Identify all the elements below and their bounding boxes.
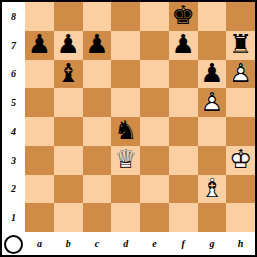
file-label-c: c <box>83 232 112 255</box>
square-d2[interactable] <box>111 175 140 204</box>
square-e5[interactable] <box>140 88 169 117</box>
square-h5[interactable] <box>226 88 255 117</box>
queen-glyph-outline: ♕ <box>114 146 137 172</box>
white-queen-d3[interactable]: ♛♕ <box>111 146 140 175</box>
square-f8[interactable]: ♚ <box>169 2 198 31</box>
square-f5[interactable] <box>169 88 198 117</box>
square-a3[interactable] <box>25 146 54 175</box>
square-e1[interactable] <box>140 203 169 232</box>
knight-glyph: ♞ <box>114 117 137 143</box>
square-g4[interactable] <box>198 117 227 146</box>
square-g7[interactable] <box>198 31 227 60</box>
square-e6[interactable] <box>140 60 169 89</box>
square-a8[interactable] <box>25 2 54 31</box>
file-label-b: b <box>54 232 83 255</box>
square-d3[interactable]: ♛♕ <box>111 146 140 175</box>
square-c5[interactable] <box>83 88 112 117</box>
file-label-a: a <box>25 232 54 255</box>
square-a1[interactable] <box>25 203 54 232</box>
square-e8[interactable] <box>140 2 169 31</box>
rook-glyph: ♜ <box>229 31 252 57</box>
square-a5[interactable] <box>25 88 54 117</box>
rank-label-1: 1 <box>2 203 25 232</box>
file-labels: abcdefgh <box>25 232 255 255</box>
square-c7[interactable]: ♟ <box>83 31 112 60</box>
square-h4[interactable] <box>226 117 255 146</box>
chess-diagram: 87654321 ♚♟♟♟♟♜♝♟♟♙♟♙♞♛♕♚♔♝♗ abcdefgh <box>0 0 257 257</box>
square-d1[interactable] <box>111 203 140 232</box>
square-c3[interactable] <box>83 146 112 175</box>
square-f1[interactable] <box>169 203 198 232</box>
black-pawn-f7[interactable]: ♟ <box>169 31 198 60</box>
king-glyph-outline: ♔ <box>229 146 252 172</box>
file-label-h: h <box>226 232 255 255</box>
square-b2[interactable] <box>54 175 83 204</box>
square-b7[interactable]: ♟ <box>54 31 83 60</box>
square-c2[interactable] <box>83 175 112 204</box>
square-a7[interactable]: ♟ <box>25 31 54 60</box>
square-g1[interactable] <box>198 203 227 232</box>
square-b3[interactable] <box>54 146 83 175</box>
board: ♚♟♟♟♟♜♝♟♟♙♟♙♞♛♕♚♔♝♗ <box>25 2 255 232</box>
square-c1[interactable] <box>83 203 112 232</box>
file-label-g: g <box>198 232 227 255</box>
square-b4[interactable] <box>54 117 83 146</box>
black-rook-h7[interactable]: ♜ <box>226 31 255 60</box>
square-e3[interactable] <box>140 146 169 175</box>
bishop-glyph-outline: ♗ <box>200 175 223 201</box>
square-g5[interactable]: ♟♙ <box>198 88 227 117</box>
square-d7[interactable] <box>111 31 140 60</box>
square-g2[interactable]: ♝♗ <box>198 175 227 204</box>
rank-labels: 87654321 <box>2 2 25 232</box>
king-glyph: ♚ <box>171 2 194 28</box>
square-h1[interactable] <box>226 203 255 232</box>
square-c8[interactable] <box>83 2 112 31</box>
square-b8[interactable] <box>54 2 83 31</box>
black-pawn-c7[interactable]: ♟ <box>83 31 112 60</box>
square-h8[interactable] <box>226 2 255 31</box>
file-label-f: f <box>169 232 198 255</box>
black-pawn-g6[interactable]: ♟ <box>198 60 227 89</box>
black-pawn-a7[interactable]: ♟ <box>25 31 54 60</box>
square-g3[interactable] <box>198 146 227 175</box>
pawn-glyph: ♟ <box>85 31 108 57</box>
black-pawn-b7[interactable]: ♟ <box>54 31 83 60</box>
square-d5[interactable] <box>111 88 140 117</box>
rank-label-4: 4 <box>2 117 25 146</box>
bishop-glyph: ♝ <box>56 60 79 86</box>
square-h7[interactable]: ♜ <box>226 31 255 60</box>
pawn-glyph: ♟ <box>56 31 79 57</box>
black-king-f8[interactable]: ♚ <box>169 2 198 31</box>
square-a4[interactable] <box>25 117 54 146</box>
square-e2[interactable] <box>140 175 169 204</box>
square-f6[interactable] <box>169 60 198 89</box>
square-c6[interactable] <box>83 60 112 89</box>
square-b1[interactable] <box>54 203 83 232</box>
square-d4[interactable]: ♞ <box>111 117 140 146</box>
square-h2[interactable] <box>226 175 255 204</box>
square-b5[interactable] <box>54 88 83 117</box>
square-c4[interactable] <box>83 117 112 146</box>
turn-indicator-white-to-move <box>4 235 23 254</box>
square-d8[interactable] <box>111 2 140 31</box>
square-g8[interactable] <box>198 2 227 31</box>
white-pawn-h6[interactable]: ♟♙ <box>226 60 255 89</box>
pawn-glyph: ♟ <box>200 60 223 86</box>
square-f3[interactable] <box>169 146 198 175</box>
square-h6[interactable]: ♟♙ <box>226 60 255 89</box>
square-a2[interactable] <box>25 175 54 204</box>
white-pawn-g5[interactable]: ♟♙ <box>198 88 227 117</box>
rank-label-2: 2 <box>2 175 25 204</box>
square-f2[interactable] <box>169 175 198 204</box>
square-e4[interactable] <box>140 117 169 146</box>
pawn-glyph: ♟ <box>171 31 194 57</box>
black-knight-d4[interactable]: ♞ <box>111 117 140 146</box>
square-a6[interactable] <box>25 60 54 89</box>
rank-label-5: 5 <box>2 88 25 117</box>
square-g6[interactable]: ♟ <box>198 60 227 89</box>
file-label-e: e <box>140 232 169 255</box>
rank-label-8: 8 <box>2 2 25 31</box>
square-f7[interactable]: ♟ <box>169 31 198 60</box>
square-b6[interactable]: ♝ <box>54 60 83 89</box>
rank-label-6: 6 <box>2 60 25 89</box>
square-e7[interactable] <box>140 31 169 60</box>
pawn-glyph-outline: ♙ <box>200 89 223 115</box>
white-bishop-g2[interactable]: ♝♗ <box>198 175 227 204</box>
black-bishop-b6[interactable]: ♝ <box>54 60 83 89</box>
pawn-glyph: ♟ <box>28 31 51 57</box>
pawn-glyph-outline: ♙ <box>229 60 252 86</box>
square-f4[interactable] <box>169 117 198 146</box>
rank-label-3: 3 <box>2 146 25 175</box>
white-king-h3[interactable]: ♚♔ <box>226 146 255 175</box>
square-d6[interactable] <box>111 60 140 89</box>
square-h3[interactable]: ♚♔ <box>226 146 255 175</box>
rank-label-7: 7 <box>2 31 25 60</box>
file-label-d: d <box>111 232 140 255</box>
